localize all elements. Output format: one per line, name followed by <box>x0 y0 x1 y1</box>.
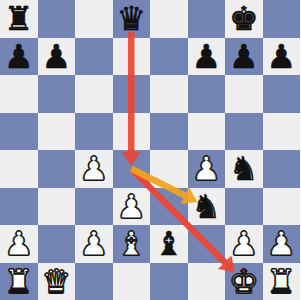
piece-white-pawn-f4[interactable]: ♟ <box>188 150 226 188</box>
square-c2[interactable]: ♟ <box>75 225 113 263</box>
square-d3[interactable]: ♟ <box>113 188 151 226</box>
square-d7[interactable] <box>113 38 151 76</box>
piece-white-pawn-c4[interactable]: ♟ <box>75 150 113 188</box>
square-g5[interactable] <box>225 113 263 151</box>
square-d5[interactable] <box>113 113 151 151</box>
square-e1[interactable] <box>150 263 188 300</box>
piece-black-pawn-f7[interactable]: ♟ <box>188 38 226 76</box>
square-d1[interactable] <box>113 263 151 300</box>
square-b3[interactable] <box>38 188 76 226</box>
square-e7[interactable] <box>150 38 188 76</box>
square-a2[interactable]: ♟ <box>0 225 38 263</box>
square-g8[interactable]: ♚ <box>225 0 263 38</box>
square-a4[interactable] <box>0 150 38 188</box>
square-h6[interactable] <box>263 75 301 113</box>
square-f3[interactable]: ♞ <box>188 188 226 226</box>
square-h3[interactable] <box>263 188 301 226</box>
piece-white-pawn-d3[interactable]: ♟ <box>113 188 151 226</box>
square-a6[interactable] <box>0 75 38 113</box>
square-d6[interactable] <box>113 75 151 113</box>
square-g1[interactable]: ♚ <box>225 263 263 300</box>
piece-white-bishop-d2[interactable]: ♝ <box>113 225 151 263</box>
square-e8[interactable] <box>150 0 188 38</box>
square-b8[interactable] <box>38 0 76 38</box>
square-h7[interactable]: ♟ <box>263 38 301 76</box>
square-h2[interactable]: ♟ <box>263 225 301 263</box>
square-h5[interactable] <box>263 113 301 151</box>
square-g3[interactable] <box>225 188 263 226</box>
square-f1[interactable] <box>188 263 226 300</box>
piece-black-pawn-b7[interactable]: ♟ <box>38 38 76 76</box>
square-f6[interactable] <box>188 75 226 113</box>
square-a8[interactable]: ♜ <box>0 0 38 38</box>
square-e6[interactable] <box>150 75 188 113</box>
piece-white-pawn-c2[interactable]: ♟ <box>75 225 113 263</box>
piece-white-queen-b1[interactable]: ♛ <box>38 263 76 300</box>
piece-white-pawn-h2[interactable]: ♟ <box>263 225 301 263</box>
square-b4[interactable] <box>38 150 76 188</box>
square-d2[interactable]: ♝ <box>113 225 151 263</box>
square-e4[interactable] <box>150 150 188 188</box>
square-h1[interactable]: ♜ <box>263 263 301 300</box>
piece-white-rook-a1[interactable]: ♜ <box>0 263 38 300</box>
chess-game: ♜♛♚♟♟♟♟♟♟♟♞♟♞♟♟♝♝♟♟♜♛♚♜ <box>0 0 300 300</box>
square-b7[interactable]: ♟ <box>38 38 76 76</box>
square-d4[interactable] <box>113 150 151 188</box>
square-b1[interactable]: ♛ <box>38 263 76 300</box>
square-a7[interactable]: ♟ <box>0 38 38 76</box>
square-f5[interactable] <box>188 113 226 151</box>
square-b5[interactable] <box>38 113 76 151</box>
piece-black-rook-a8[interactable]: ♜ <box>0 0 38 38</box>
square-a1[interactable]: ♜ <box>0 263 38 300</box>
square-b6[interactable] <box>38 75 76 113</box>
square-g6[interactable] <box>225 75 263 113</box>
square-c1[interactable] <box>75 263 113 300</box>
square-a3[interactable] <box>0 188 38 226</box>
piece-white-pawn-a2[interactable]: ♟ <box>0 225 38 263</box>
square-h4[interactable] <box>263 150 301 188</box>
piece-white-king-g1[interactable]: ♚ <box>225 263 263 300</box>
square-e2[interactable]: ♝ <box>150 225 188 263</box>
square-f7[interactable]: ♟ <box>188 38 226 76</box>
square-c3[interactable] <box>75 188 113 226</box>
square-a5[interactable] <box>0 113 38 151</box>
square-d8[interactable]: ♛ <box>113 0 151 38</box>
square-e3[interactable] <box>150 188 188 226</box>
square-h8[interactable] <box>263 0 301 38</box>
piece-black-queen-d8[interactable]: ♛ <box>113 0 151 38</box>
square-c7[interactable] <box>75 38 113 76</box>
chess-board: ♜♛♚♟♟♟♟♟♟♟♞♟♞♟♟♝♝♟♟♜♛♚♜ <box>0 0 300 300</box>
square-f8[interactable] <box>188 0 226 38</box>
piece-black-king-g8[interactable]: ♚ <box>225 0 263 38</box>
square-g7[interactable]: ♟ <box>225 38 263 76</box>
piece-black-bishop-e2[interactable]: ♝ <box>150 225 188 263</box>
square-g2[interactable]: ♟ <box>225 225 263 263</box>
square-c8[interactable] <box>75 0 113 38</box>
piece-black-knight-g4[interactable]: ♞ <box>225 150 263 188</box>
square-c4[interactable]: ♟ <box>75 150 113 188</box>
piece-white-rook-h1[interactable]: ♜ <box>263 263 301 300</box>
square-f2[interactable] <box>188 225 226 263</box>
square-g4[interactable]: ♞ <box>225 150 263 188</box>
square-c6[interactable] <box>75 75 113 113</box>
piece-black-pawn-g7[interactable]: ♟ <box>225 38 263 76</box>
square-e5[interactable] <box>150 113 188 151</box>
square-c5[interactable] <box>75 113 113 151</box>
square-b2[interactable] <box>38 225 76 263</box>
piece-black-pawn-h7[interactable]: ♟ <box>263 38 301 76</box>
square-f4[interactable]: ♟ <box>188 150 226 188</box>
piece-black-knight-f3[interactable]: ♞ <box>188 188 226 226</box>
piece-black-pawn-a7[interactable]: ♟ <box>0 38 38 76</box>
piece-white-pawn-g2[interactable]: ♟ <box>225 225 263 263</box>
